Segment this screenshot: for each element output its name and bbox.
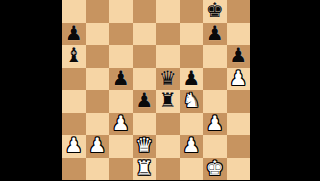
square-e1[interactable] [156, 158, 180, 181]
square-b3[interactable] [86, 113, 110, 136]
square-a1[interactable] [62, 158, 86, 181]
piece-black-rook[interactable]: ♜ [159, 90, 177, 110]
square-h8[interactable] [227, 0, 251, 23]
square-f6[interactable] [180, 45, 204, 68]
square-e4[interactable]: ♜ [156, 90, 180, 113]
piece-black-pawn[interactable]: ♟ [112, 68, 130, 88]
piece-black-bishop[interactable]: ♝ [65, 45, 83, 65]
square-c7[interactable] [109, 23, 133, 46]
square-g7[interactable]: ♟ [203, 23, 227, 46]
square-c4[interactable] [109, 90, 133, 113]
piece-black-pawn[interactable]: ♟ [135, 90, 153, 110]
square-a2[interactable]: ♟ [62, 135, 86, 158]
square-h3[interactable] [227, 113, 251, 136]
piece-white-pawn[interactable]: ♟ [229, 68, 247, 88]
square-h6[interactable]: ♟ [227, 45, 251, 68]
square-h5[interactable]: ♟ [227, 68, 251, 91]
square-b6[interactable] [86, 45, 110, 68]
square-a7[interactable]: ♟ [62, 23, 86, 46]
square-f8[interactable] [180, 0, 204, 23]
piece-white-king[interactable]: ♚ [206, 158, 224, 178]
square-d6[interactable] [133, 45, 157, 68]
square-g3[interactable]: ♟ [203, 113, 227, 136]
square-h1[interactable] [227, 158, 251, 181]
piece-black-pawn[interactable]: ♟ [182, 68, 200, 88]
square-d7[interactable] [133, 23, 157, 46]
piece-white-pawn[interactable]: ♟ [182, 135, 200, 155]
square-e3[interactable] [156, 113, 180, 136]
square-d3[interactable] [133, 113, 157, 136]
square-b2[interactable]: ♟ [86, 135, 110, 158]
square-b4[interactable] [86, 90, 110, 113]
square-g4[interactable] [203, 90, 227, 113]
square-e2[interactable] [156, 135, 180, 158]
square-f1[interactable] [180, 158, 204, 181]
square-b7[interactable] [86, 23, 110, 46]
piece-white-pawn[interactable]: ♟ [65, 135, 83, 155]
square-a6[interactable]: ♝ [62, 45, 86, 68]
square-e6[interactable] [156, 45, 180, 68]
square-a8[interactable] [62, 0, 86, 23]
square-b1[interactable] [86, 158, 110, 181]
square-a3[interactable] [62, 113, 86, 136]
app-background: ♚♟♟♝♟♟♛♟♟♟♜♞♟♟♟♟♛♟♜♚ [0, 0, 320, 180]
square-g2[interactable] [203, 135, 227, 158]
square-g8[interactable]: ♚ [203, 0, 227, 23]
piece-black-pawn[interactable]: ♟ [229, 45, 247, 65]
piece-black-king[interactable]: ♚ [206, 0, 224, 20]
square-d2[interactable]: ♛ [133, 135, 157, 158]
square-h2[interactable] [227, 135, 251, 158]
square-f2[interactable]: ♟ [180, 135, 204, 158]
piece-white-pawn[interactable]: ♟ [88, 135, 106, 155]
square-c1[interactable] [109, 158, 133, 181]
square-f4[interactable]: ♞ [180, 90, 204, 113]
piece-white-queen[interactable]: ♛ [135, 135, 153, 155]
square-d1[interactable]: ♜ [133, 158, 157, 181]
piece-white-knight[interactable]: ♞ [182, 90, 200, 110]
square-e8[interactable] [156, 0, 180, 23]
square-e7[interactable] [156, 23, 180, 46]
square-c8[interactable] [109, 0, 133, 23]
square-g6[interactable] [203, 45, 227, 68]
square-g1[interactable]: ♚ [203, 158, 227, 181]
piece-black-pawn[interactable]: ♟ [206, 23, 224, 43]
square-g5[interactable] [203, 68, 227, 91]
square-h4[interactable] [227, 90, 251, 113]
square-f3[interactable] [180, 113, 204, 136]
square-c3[interactable]: ♟ [109, 113, 133, 136]
chess-board: ♚♟♟♝♟♟♛♟♟♟♜♞♟♟♟♟♛♟♜♚ [62, 0, 250, 180]
square-f5[interactable]: ♟ [180, 68, 204, 91]
square-b5[interactable] [86, 68, 110, 91]
square-d5[interactable] [133, 68, 157, 91]
piece-white-pawn[interactable]: ♟ [112, 113, 130, 133]
square-c6[interactable] [109, 45, 133, 68]
piece-black-pawn[interactable]: ♟ [65, 23, 83, 43]
square-c5[interactable]: ♟ [109, 68, 133, 91]
piece-black-queen[interactable]: ♛ [159, 68, 177, 88]
square-a5[interactable] [62, 68, 86, 91]
square-b8[interactable] [86, 0, 110, 23]
square-a4[interactable] [62, 90, 86, 113]
square-h7[interactable] [227, 23, 251, 46]
square-e5[interactable]: ♛ [156, 68, 180, 91]
square-d4[interactable]: ♟ [133, 90, 157, 113]
square-c2[interactable] [109, 135, 133, 158]
square-d8[interactable] [133, 0, 157, 23]
square-f7[interactable] [180, 23, 204, 46]
piece-white-pawn[interactable]: ♟ [206, 113, 224, 133]
piece-white-rook[interactable]: ♜ [135, 158, 153, 178]
